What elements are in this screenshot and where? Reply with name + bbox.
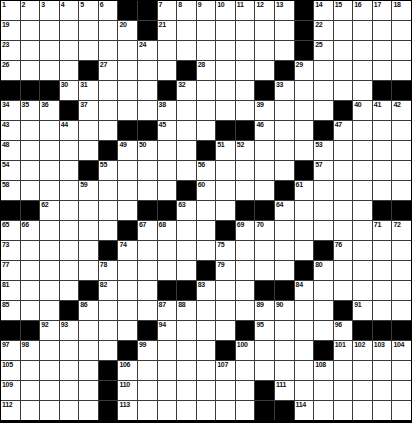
cell-r21c5[interactable]	[79, 401, 98, 420]
cell-r10c7[interactable]	[118, 181, 137, 200]
cell-r11c3[interactable]: 62	[40, 201, 59, 220]
cell-r9c18[interactable]	[334, 161, 353, 180]
cell-r19c21[interactable]	[392, 361, 411, 380]
cell-r9c1[interactable]: 54	[1, 161, 20, 180]
cell-r10c8[interactable]	[138, 181, 157, 200]
cell-r11c6[interactable]	[99, 201, 118, 220]
cell-r12c2[interactable]: 66	[21, 221, 40, 240]
cell-r14c17[interactable]: 80	[314, 261, 333, 280]
cell-r14c3[interactable]	[40, 261, 59, 280]
cell-r1c19[interactable]: 16	[353, 1, 372, 20]
cell-r6c19[interactable]: 40	[353, 101, 372, 120]
cell-r1c11[interactable]: 9	[197, 1, 216, 20]
cell-r20c16[interactable]	[295, 381, 314, 400]
cell-r9c10[interactable]	[177, 161, 196, 180]
cell-r8c12[interactable]: 51	[216, 141, 235, 160]
cell-r9c3[interactable]	[40, 161, 59, 180]
cell-r20c20[interactable]	[373, 381, 392, 400]
cell-r15c17[interactable]	[314, 281, 333, 300]
cell-r1c13[interactable]: 11	[236, 1, 255, 20]
cell-r18c13[interactable]: 100	[236, 341, 255, 360]
cell-r17c14[interactable]: 95	[255, 321, 274, 340]
cell-r6c11[interactable]	[197, 101, 216, 120]
cell-r3c18[interactable]	[334, 41, 353, 60]
cell-r16c11[interactable]	[197, 301, 216, 320]
cell-r10c11[interactable]: 60	[197, 181, 216, 200]
cell-r11c16[interactable]	[295, 201, 314, 220]
cell-r4c11[interactable]: 28	[197, 61, 216, 80]
cell-r6c6[interactable]	[99, 101, 118, 120]
cell-r4c14[interactable]	[255, 61, 274, 80]
cell-r21c20[interactable]	[373, 401, 392, 420]
cell-r19c4[interactable]	[60, 361, 79, 380]
cell-r15c4[interactable]	[60, 281, 79, 300]
cell-r18c10[interactable]	[177, 341, 196, 360]
cell-r1c3[interactable]: 3	[40, 1, 59, 20]
cell-r21c16[interactable]: 114	[295, 401, 314, 420]
cell-r20c13[interactable]	[236, 381, 255, 400]
cell-r11c19[interactable]	[353, 201, 372, 220]
cell-r14c14[interactable]	[255, 261, 274, 280]
cell-r18c18[interactable]: 101	[334, 341, 353, 360]
cell-r13c15[interactable]	[275, 241, 294, 260]
cell-r3c21[interactable]	[392, 41, 411, 60]
cell-r5c12[interactable]	[216, 81, 235, 100]
cell-r12c20[interactable]: 71	[373, 221, 392, 240]
cell-r21c11[interactable]	[197, 401, 216, 420]
cell-r16c19[interactable]: 91	[353, 301, 372, 320]
cell-r2c19[interactable]	[353, 21, 372, 40]
cell-r19c9[interactable]	[158, 361, 177, 380]
cell-r10c17[interactable]	[314, 181, 333, 200]
cell-r9c20[interactable]	[373, 161, 392, 180]
cell-r18c2[interactable]: 98	[21, 341, 40, 360]
cell-r1c9[interactable]: 7	[158, 1, 177, 20]
cell-r8c1[interactable]: 48	[1, 141, 20, 160]
cell-r1c20[interactable]: 17	[373, 1, 392, 20]
cell-r17c11[interactable]	[197, 321, 216, 340]
cell-r9c7[interactable]	[118, 161, 137, 180]
cell-r8c3[interactable]	[40, 141, 59, 160]
cell-r6c8[interactable]	[138, 101, 157, 120]
cell-r2c18[interactable]	[334, 21, 353, 40]
cell-r15c18[interactable]	[334, 281, 353, 300]
cell-r17c9[interactable]: 94	[158, 321, 177, 340]
cell-r2c17[interactable]: 22	[314, 21, 333, 40]
cell-r9c12[interactable]	[216, 161, 235, 180]
cell-r3c14[interactable]	[255, 41, 274, 60]
cell-r14c21[interactable]	[392, 261, 411, 280]
cell-r9c15[interactable]	[275, 161, 294, 180]
cell-r13c8[interactable]	[138, 241, 157, 260]
cell-r6c3[interactable]: 36	[40, 101, 59, 120]
cell-r18c16[interactable]	[295, 341, 314, 360]
cell-r15c11[interactable]: 83	[197, 281, 216, 300]
cell-r7c15[interactable]	[275, 121, 294, 140]
cell-r9c2[interactable]	[21, 161, 40, 180]
cell-r9c4[interactable]	[60, 161, 79, 180]
cell-r8c18[interactable]	[334, 141, 353, 160]
cell-r13c4[interactable]	[60, 241, 79, 260]
cell-r16c20[interactable]	[373, 301, 392, 320]
cell-r15c3[interactable]	[40, 281, 59, 300]
cell-r9c6[interactable]: 55	[99, 161, 118, 180]
cell-r12c4[interactable]	[60, 221, 79, 240]
cell-r11c10[interactable]: 63	[177, 201, 196, 220]
cell-r3c11[interactable]	[197, 41, 216, 60]
cell-r11c5[interactable]	[79, 201, 98, 220]
cell-r14c6[interactable]: 78	[99, 261, 118, 280]
cell-r16c9[interactable]: 87	[158, 301, 177, 320]
cell-r4c6[interactable]: 27	[99, 61, 118, 80]
cell-r7c10[interactable]	[177, 121, 196, 140]
cell-r7c6[interactable]	[99, 121, 118, 140]
cell-r10c6[interactable]	[99, 181, 118, 200]
cell-r19c3[interactable]	[40, 361, 59, 380]
cell-r12c11[interactable]	[197, 221, 216, 240]
cell-r8c4[interactable]	[60, 141, 79, 160]
cell-r18c15[interactable]	[275, 341, 294, 360]
cell-r18c9[interactable]	[158, 341, 177, 360]
cell-r12c3[interactable]	[40, 221, 59, 240]
cell-r1c14[interactable]: 12	[255, 1, 274, 20]
cell-r19c10[interactable]	[177, 361, 196, 380]
cell-r8c7[interactable]: 49	[118, 141, 137, 160]
cell-r19c7[interactable]: 106	[118, 361, 137, 380]
cell-r12c9[interactable]: 68	[158, 221, 177, 240]
cell-r16c12[interactable]	[216, 301, 235, 320]
cell-r19c11[interactable]	[197, 361, 216, 380]
cell-r13c11[interactable]	[197, 241, 216, 260]
cell-r4c21[interactable]	[392, 61, 411, 80]
cell-r2c14[interactable]	[255, 21, 274, 40]
cell-r5c18[interactable]	[334, 81, 353, 100]
cell-r5c11[interactable]	[197, 81, 216, 100]
cell-r2c20[interactable]	[373, 21, 392, 40]
cell-r8c16[interactable]	[295, 141, 314, 160]
cell-r3c17[interactable]: 25	[314, 41, 333, 60]
cell-r7c5[interactable]	[79, 121, 98, 140]
cell-r13c2[interactable]	[21, 241, 40, 260]
cell-r6c20[interactable]: 41	[373, 101, 392, 120]
cell-r15c6[interactable]: 82	[99, 281, 118, 300]
cell-r12c1[interactable]: 65	[1, 221, 20, 240]
cell-r17c7[interactable]	[118, 321, 137, 340]
cell-r8c2[interactable]	[21, 141, 40, 160]
cell-r15c21[interactable]	[392, 281, 411, 300]
cell-r2c10[interactable]	[177, 21, 196, 40]
cell-r18c4[interactable]	[60, 341, 79, 360]
cell-r20c2[interactable]	[21, 381, 40, 400]
cell-r12c17[interactable]	[314, 221, 333, 240]
cell-r19c14[interactable]	[255, 361, 274, 380]
cell-r3c19[interactable]	[353, 41, 372, 60]
cell-r2c11[interactable]	[197, 21, 216, 40]
cell-r18c6[interactable]	[99, 341, 118, 360]
cell-r13c1[interactable]: 73	[1, 241, 20, 260]
cell-r17c3[interactable]: 92	[40, 321, 59, 340]
cell-r16c10[interactable]: 88	[177, 301, 196, 320]
cell-r8c13[interactable]: 52	[236, 141, 255, 160]
cell-r13c16[interactable]	[295, 241, 314, 260]
cell-r4c1[interactable]: 26	[1, 61, 20, 80]
cell-r15c19[interactable]	[353, 281, 372, 300]
cell-r21c1[interactable]: 112	[1, 401, 20, 420]
cell-r11c17[interactable]	[314, 201, 333, 220]
cell-r12c19[interactable]	[353, 221, 372, 240]
cell-r4c4[interactable]	[60, 61, 79, 80]
cell-r16c21[interactable]	[392, 301, 411, 320]
cell-r16c1[interactable]: 85	[1, 301, 20, 320]
cell-r13c3[interactable]	[40, 241, 59, 260]
cell-r17c6[interactable]	[99, 321, 118, 340]
cell-r1c6[interactable]: 6	[99, 1, 118, 20]
cell-r13c21[interactable]	[392, 241, 411, 260]
cell-r21c4[interactable]	[60, 401, 79, 420]
cell-r16c8[interactable]	[138, 301, 157, 320]
cell-r16c7[interactable]	[118, 301, 137, 320]
cell-r19c5[interactable]	[79, 361, 98, 380]
cell-r3c4[interactable]	[60, 41, 79, 60]
cell-r20c10[interactable]	[177, 381, 196, 400]
cell-r9c19[interactable]	[353, 161, 372, 180]
cell-r2c2[interactable]	[21, 21, 40, 40]
cell-r19c12[interactable]: 107	[216, 361, 235, 380]
cell-r14c18[interactable]	[334, 261, 353, 280]
cell-r1c5[interactable]: 5	[79, 1, 98, 20]
cell-r4c19[interactable]	[353, 61, 372, 80]
cell-r12c5[interactable]	[79, 221, 98, 240]
cell-r20c19[interactable]	[353, 381, 372, 400]
cell-r11c11[interactable]	[197, 201, 216, 220]
cell-r14c15[interactable]	[275, 261, 294, 280]
cell-r2c3[interactable]	[40, 21, 59, 40]
cell-r10c12[interactable]	[216, 181, 235, 200]
cell-r4c3[interactable]	[40, 61, 59, 80]
cell-r8c17[interactable]: 53	[314, 141, 333, 160]
cell-r3c12[interactable]	[216, 41, 235, 60]
cell-r6c5[interactable]: 37	[79, 101, 98, 120]
cell-r15c1[interactable]: 81	[1, 281, 20, 300]
cell-r14c9[interactable]	[158, 261, 177, 280]
cell-r17c12[interactable]	[216, 321, 235, 340]
cell-r8c9[interactable]	[158, 141, 177, 160]
cell-r16c17[interactable]	[314, 301, 333, 320]
cell-r3c5[interactable]	[79, 41, 98, 60]
cell-r12c8[interactable]: 67	[138, 221, 157, 240]
cell-r21c2[interactable]	[21, 401, 40, 420]
cell-r14c7[interactable]	[118, 261, 137, 280]
cell-r8c21[interactable]	[392, 141, 411, 160]
cell-r21c17[interactable]	[314, 401, 333, 420]
cell-r3c6[interactable]	[99, 41, 118, 60]
cell-r9c14[interactable]	[255, 161, 274, 180]
cell-r14c19[interactable]	[353, 261, 372, 280]
cell-r20c3[interactable]	[40, 381, 59, 400]
cell-r19c18[interactable]	[334, 361, 353, 380]
cell-r11c7[interactable]	[118, 201, 137, 220]
cell-r15c16[interactable]: 84	[295, 281, 314, 300]
cell-r10c13[interactable]	[236, 181, 255, 200]
cell-r3c13[interactable]	[236, 41, 255, 60]
cell-r21c9[interactable]	[158, 401, 177, 420]
cell-r10c16[interactable]: 61	[295, 181, 314, 200]
cell-r12c13[interactable]: 69	[236, 221, 255, 240]
cell-r15c2[interactable]	[21, 281, 40, 300]
cell-r3c9[interactable]	[158, 41, 177, 60]
cell-r10c4[interactable]	[60, 181, 79, 200]
cell-r19c1[interactable]: 105	[1, 361, 20, 380]
cell-r18c20[interactable]: 103	[373, 341, 392, 360]
cell-r21c21[interactable]	[392, 401, 411, 420]
cell-r12c16[interactable]	[295, 221, 314, 240]
cell-r12c15[interactable]	[275, 221, 294, 240]
cell-r6c15[interactable]	[275, 101, 294, 120]
cell-r7c21[interactable]	[392, 121, 411, 140]
cell-r6c9[interactable]: 38	[158, 101, 177, 120]
cell-r13c20[interactable]	[373, 241, 392, 260]
cell-r20c7[interactable]: 110	[118, 381, 137, 400]
cell-r20c18[interactable]	[334, 381, 353, 400]
cell-r4c12[interactable]	[216, 61, 235, 80]
cell-r13c14[interactable]	[255, 241, 274, 260]
cell-r9c13[interactable]	[236, 161, 255, 180]
cell-r16c3[interactable]	[40, 301, 59, 320]
cell-r6c2[interactable]: 35	[21, 101, 40, 120]
cell-r18c21[interactable]: 104	[392, 341, 411, 360]
cell-r5c15[interactable]: 33	[275, 81, 294, 100]
cell-r16c2[interactable]	[21, 301, 40, 320]
cell-r14c8[interactable]	[138, 261, 157, 280]
cell-r17c15[interactable]	[275, 321, 294, 340]
cell-r3c20[interactable]	[373, 41, 392, 60]
cell-r19c13[interactable]	[236, 361, 255, 380]
cell-r20c15[interactable]: 111	[275, 381, 294, 400]
cell-r4c17[interactable]	[314, 61, 333, 80]
cell-r8c20[interactable]	[373, 141, 392, 160]
cell-r2c7[interactable]: 20	[118, 21, 137, 40]
cell-r13c5[interactable]	[79, 241, 98, 260]
cell-r4c9[interactable]	[158, 61, 177, 80]
cell-r17c17[interactable]	[314, 321, 333, 340]
cell-r14c5[interactable]	[79, 261, 98, 280]
cell-r18c5[interactable]	[79, 341, 98, 360]
cell-r16c16[interactable]	[295, 301, 314, 320]
cell-r10c9[interactable]	[158, 181, 177, 200]
cell-r11c18[interactable]	[334, 201, 353, 220]
cell-r7c20[interactable]	[373, 121, 392, 140]
cell-r2c13[interactable]	[236, 21, 255, 40]
cell-r17c10[interactable]	[177, 321, 196, 340]
cell-r18c11[interactable]	[197, 341, 216, 360]
cell-r4c13[interactable]	[236, 61, 255, 80]
cell-r14c13[interactable]	[236, 261, 255, 280]
cell-r6c14[interactable]: 39	[255, 101, 274, 120]
cell-r17c4[interactable]: 93	[60, 321, 79, 340]
cell-r14c12[interactable]: 79	[216, 261, 235, 280]
cell-r1c2[interactable]: 2	[21, 1, 40, 20]
cell-r8c5[interactable]	[79, 141, 98, 160]
cell-r4c8[interactable]	[138, 61, 157, 80]
cell-r5c6[interactable]	[99, 81, 118, 100]
cell-r13c7[interactable]: 74	[118, 241, 137, 260]
cell-r19c15[interactable]	[275, 361, 294, 380]
cell-r20c5[interactable]	[79, 381, 98, 400]
cell-r2c21[interactable]	[392, 21, 411, 40]
cell-r5c17[interactable]	[314, 81, 333, 100]
cell-r12c14[interactable]: 70	[255, 221, 274, 240]
cell-r21c19[interactable]	[353, 401, 372, 420]
cell-r7c18[interactable]: 47	[334, 121, 353, 140]
cell-r8c19[interactable]	[353, 141, 372, 160]
cell-r2c6[interactable]	[99, 21, 118, 40]
cell-r16c6[interactable]	[99, 301, 118, 320]
cell-r4c18[interactable]	[334, 61, 353, 80]
cell-r4c16[interactable]: 29	[295, 61, 314, 80]
cell-r14c20[interactable]	[373, 261, 392, 280]
cell-r12c10[interactable]	[177, 221, 196, 240]
cell-r15c7[interactable]	[118, 281, 137, 300]
cell-r8c10[interactable]	[177, 141, 196, 160]
cell-r7c19[interactable]	[353, 121, 372, 140]
cell-r16c13[interactable]	[236, 301, 255, 320]
cell-r14c10[interactable]	[177, 261, 196, 280]
cell-r19c19[interactable]	[353, 361, 372, 380]
cell-r5c16[interactable]	[295, 81, 314, 100]
cell-r6c1[interactable]: 34	[1, 101, 20, 120]
cell-r1c18[interactable]: 15	[334, 1, 353, 20]
cell-r7c1[interactable]: 43	[1, 121, 20, 140]
cell-r1c15[interactable]: 13	[275, 1, 294, 20]
cell-r12c6[interactable]	[99, 221, 118, 240]
cell-r21c8[interactable]	[138, 401, 157, 420]
cell-r2c4[interactable]	[60, 21, 79, 40]
cell-r9c9[interactable]	[158, 161, 177, 180]
cell-r12c21[interactable]: 72	[392, 221, 411, 240]
cell-r18c3[interactable]	[40, 341, 59, 360]
cell-r8c15[interactable]	[275, 141, 294, 160]
cell-r20c8[interactable]	[138, 381, 157, 400]
cell-r3c10[interactable]	[177, 41, 196, 60]
cell-r18c1[interactable]: 97	[1, 341, 20, 360]
cell-r4c2[interactable]	[21, 61, 40, 80]
cell-r5c13[interactable]	[236, 81, 255, 100]
cell-r2c9[interactable]: 21	[158, 21, 177, 40]
cell-r7c16[interactable]	[295, 121, 314, 140]
cell-r17c5[interactable]	[79, 321, 98, 340]
cell-r1c17[interactable]: 14	[314, 1, 333, 20]
cell-r19c2[interactable]	[21, 361, 40, 380]
cell-r21c12[interactable]	[216, 401, 235, 420]
cell-r6c10[interactable]	[177, 101, 196, 120]
cell-r9c8[interactable]	[138, 161, 157, 180]
cell-r8c8[interactable]: 50	[138, 141, 157, 160]
cell-r4c20[interactable]	[373, 61, 392, 80]
cell-r13c12[interactable]: 75	[216, 241, 235, 260]
cell-r20c1[interactable]: 109	[1, 381, 20, 400]
cell-r11c15[interactable]: 64	[275, 201, 294, 220]
cell-r20c12[interactable]	[216, 381, 235, 400]
cell-r10c1[interactable]: 58	[1, 181, 20, 200]
cell-r10c14[interactable]	[255, 181, 274, 200]
cell-r1c21[interactable]: 18	[392, 1, 411, 20]
cell-r18c19[interactable]: 102	[353, 341, 372, 360]
cell-r21c13[interactable]	[236, 401, 255, 420]
cell-r10c2[interactable]	[21, 181, 40, 200]
cell-r13c10[interactable]	[177, 241, 196, 260]
cell-r4c7[interactable]	[118, 61, 137, 80]
cell-r15c12[interactable]	[216, 281, 235, 300]
